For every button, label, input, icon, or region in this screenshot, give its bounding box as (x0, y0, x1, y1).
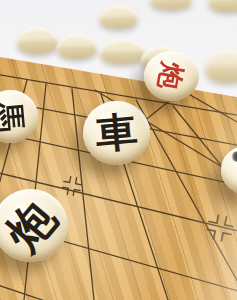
red-cannon-character: 炮 (142, 45, 201, 108)
chariot-character: 車 (80, 100, 152, 166)
piece-black-horse[interactable]: 馬 (0, 90, 38, 143)
point-marker (61, 175, 82, 196)
face-down-piece[interactable] (205, 50, 237, 83)
horse-character: 馬 (0, 87, 39, 146)
face-down-piece[interactable] (99, 5, 138, 29)
xiangqi-photo-scene: 馬 車 炮 炮 (0, 0, 237, 300)
face-down-piece[interactable] (57, 34, 97, 59)
face-down-piece[interactable] (150, 0, 192, 10)
piece-partial-right[interactable] (221, 146, 237, 194)
face-down-piece[interactable] (208, 0, 237, 12)
piece-black-chariot[interactable]: 車 (83, 101, 150, 165)
face-down-piece[interactable] (100, 39, 145, 64)
piece-red-cannon[interactable]: 炮 (144, 51, 199, 101)
point-marker (206, 214, 235, 243)
face-down-piece[interactable] (17, 27, 58, 54)
partial-character (221, 146, 237, 194)
